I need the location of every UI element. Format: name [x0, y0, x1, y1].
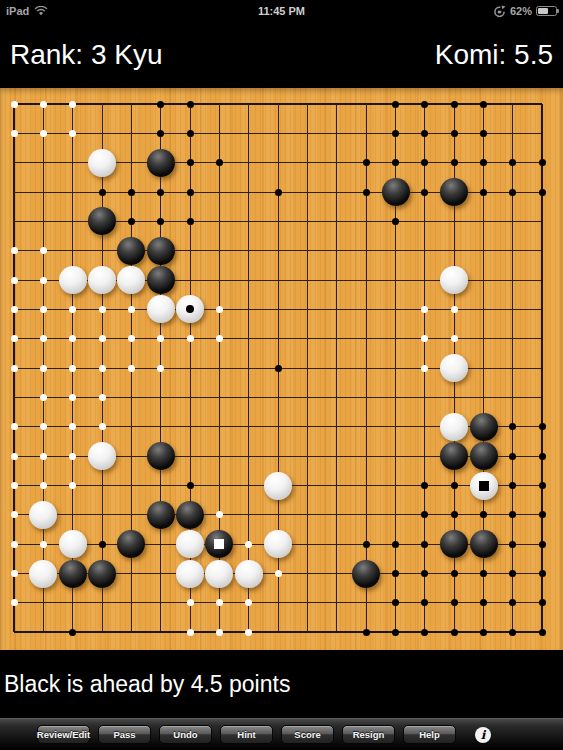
white-territory-dot	[40, 306, 47, 313]
black-stone[interactable]	[440, 178, 468, 206]
white-territory-dot	[40, 482, 47, 489]
info-icon[interactable]: i	[475, 727, 491, 743]
white-territory-dot	[11, 306, 18, 313]
black-territory-dot	[421, 511, 428, 518]
black-territory-dot	[363, 189, 370, 196]
black-territory-dot	[480, 159, 487, 166]
white-territory-dot	[245, 599, 252, 606]
black-territory-dot	[539, 541, 546, 548]
white-territory-dot	[11, 511, 18, 518]
white-territory-dot	[40, 453, 47, 460]
last-move-marker	[186, 305, 194, 313]
black-territory-dot	[539, 629, 546, 636]
white-territory-dot	[40, 130, 47, 137]
black-territory-dot	[539, 511, 546, 518]
white-territory-dot	[69, 335, 76, 342]
black-territory-dot	[128, 189, 135, 196]
black-stone[interactable]	[88, 560, 116, 588]
black-territory-dot	[509, 570, 516, 577]
white-territory-dot	[11, 130, 18, 137]
white-territory-dot	[128, 365, 135, 372]
undo-button[interactable]: Undo	[159, 725, 212, 744]
bottom-toolbar: Review/Edit Pass Undo Hint Score Resign …	[0, 718, 563, 750]
black-territory-dot	[509, 541, 516, 548]
black-stone[interactable]	[147, 501, 175, 529]
black-stone[interactable]	[147, 266, 175, 294]
black-territory-dot	[421, 189, 428, 196]
black-stone[interactable]	[147, 442, 175, 470]
black-territory-dot	[509, 629, 516, 636]
black-territory-dot	[421, 570, 428, 577]
black-territory-dot	[187, 218, 194, 225]
black-territory-dot	[157, 101, 164, 108]
black-territory-dot	[157, 189, 164, 196]
black-stone[interactable]	[470, 442, 498, 470]
black-stone[interactable]	[352, 560, 380, 588]
black-stone[interactable]	[88, 207, 116, 235]
black-territory-dot	[128, 218, 135, 225]
black-territory-dot	[539, 599, 546, 606]
black-territory-dot	[157, 218, 164, 225]
white-territory-dot	[245, 629, 252, 636]
black-territory-dot	[187, 159, 194, 166]
black-territory-dot	[451, 511, 458, 518]
black-territory-dot	[421, 159, 428, 166]
white-stone[interactable]	[88, 442, 116, 470]
white-territory-dot	[69, 306, 76, 313]
black-territory-dot	[392, 570, 399, 577]
white-territory-dot	[11, 365, 18, 372]
white-territory-dot	[421, 306, 428, 313]
white-territory-dot	[157, 365, 164, 372]
white-territory-dot	[69, 130, 76, 137]
black-territory-dot	[275, 365, 282, 372]
black-territory-dot	[216, 159, 223, 166]
black-territory-dot	[99, 189, 106, 196]
white-territory-dot	[11, 101, 18, 108]
white-territory-dot	[99, 335, 106, 342]
black-stone[interactable]	[176, 501, 204, 529]
white-stone[interactable]	[264, 530, 292, 558]
white-territory-dot	[11, 482, 18, 489]
black-territory-dot	[451, 629, 458, 636]
white-territory-dot	[11, 247, 18, 254]
black-territory-dot	[69, 629, 76, 636]
black-stone-marked-dead[interactable]	[205, 530, 233, 558]
white-stone[interactable]	[29, 501, 57, 529]
white-territory-dot	[275, 570, 282, 577]
black-stone[interactable]	[147, 149, 175, 177]
white-territory-dot	[40, 423, 47, 430]
white-stone[interactable]	[176, 560, 204, 588]
black-stone[interactable]	[470, 530, 498, 558]
black-territory-dot	[509, 511, 516, 518]
white-stone[interactable]	[59, 530, 87, 558]
black-territory-dot	[392, 541, 399, 548]
white-territory-dot	[187, 629, 194, 636]
white-territory-dot	[99, 394, 106, 401]
black-territory-dot	[509, 599, 516, 606]
white-stone-last-move[interactable]	[176, 295, 204, 323]
white-territory-dot	[11, 599, 18, 606]
black-stone[interactable]	[440, 442, 468, 470]
komi-label: Komi: 5.5	[435, 39, 553, 71]
black-stone[interactable]	[59, 560, 87, 588]
black-territory-dot	[421, 130, 428, 137]
black-territory-dot	[421, 101, 428, 108]
black-territory-dot	[392, 599, 399, 606]
white-territory-dot	[216, 599, 223, 606]
white-territory-dot	[11, 277, 18, 284]
black-territory-dot	[480, 629, 487, 636]
black-territory-dot	[480, 511, 487, 518]
white-territory-dot	[40, 541, 47, 548]
white-territory-dot	[421, 335, 428, 342]
black-territory-dot	[509, 423, 516, 430]
black-territory-dot	[451, 482, 458, 489]
black-territory-dot	[480, 189, 487, 196]
resign-button[interactable]: Resign	[342, 725, 395, 744]
white-territory-dot	[99, 423, 106, 430]
black-territory-dot	[421, 482, 428, 489]
black-territory-dot	[480, 599, 487, 606]
white-territory-dot	[69, 482, 76, 489]
black-territory-dot	[451, 159, 458, 166]
white-territory-dot	[187, 335, 194, 342]
black-territory-dot	[451, 130, 458, 137]
white-territory-dot	[157, 335, 164, 342]
black-territory-dot	[363, 541, 370, 548]
white-territory-dot	[245, 541, 252, 548]
black-territory-dot	[275, 189, 282, 196]
black-territory-dot	[539, 453, 546, 460]
black-territory-dot	[539, 159, 546, 166]
black-stone[interactable]	[147, 237, 175, 265]
white-stone[interactable]	[117, 266, 145, 294]
black-territory-dot	[392, 159, 399, 166]
white-territory-dot	[99, 306, 106, 313]
white-territory-dot	[99, 365, 106, 372]
board-stones	[0, 88, 563, 650]
black-territory-dot	[480, 570, 487, 577]
white-stone[interactable]	[235, 560, 263, 588]
white-territory-dot	[128, 306, 135, 313]
black-territory-dot	[451, 599, 458, 606]
game-header: Rank: 3 Kyu Komi: 5.5	[0, 22, 563, 88]
black-stone[interactable]	[470, 413, 498, 441]
white-stone[interactable]	[88, 149, 116, 177]
white-territory-dot	[11, 423, 18, 430]
white-territory-dot	[69, 423, 76, 430]
white-stone[interactable]	[264, 472, 292, 500]
white-territory-dot	[451, 306, 458, 313]
white-territory-dot	[216, 511, 223, 518]
white-territory-dot	[216, 306, 223, 313]
clock: 11:45 PM	[0, 5, 563, 17]
white-territory-dot	[187, 599, 194, 606]
white-territory-dot	[11, 335, 18, 342]
help-button[interactable]: Help	[403, 725, 456, 744]
white-territory-dot	[128, 335, 135, 342]
white-territory-dot	[69, 453, 76, 460]
black-stone[interactable]	[117, 237, 145, 265]
status-bar: iPad 11:45 PM 62%	[0, 0, 563, 22]
black-territory-dot	[509, 482, 516, 489]
black-territory-dot	[421, 541, 428, 548]
white-territory-dot	[40, 394, 47, 401]
review-edit-button[interactable]: Review/Edit	[37, 725, 90, 744]
pass-button[interactable]: Pass	[98, 725, 151, 744]
white-territory-dot	[40, 365, 47, 372]
white-territory-dot	[69, 101, 76, 108]
black-territory-dot	[539, 482, 546, 489]
score-button[interactable]: Score	[281, 725, 334, 744]
hint-button[interactable]: Hint	[220, 725, 273, 744]
dead-stone-marker	[479, 481, 489, 491]
white-stone[interactable]	[147, 295, 175, 323]
white-stone[interactable]	[176, 530, 204, 558]
black-territory-dot	[451, 570, 458, 577]
black-territory-dot	[509, 453, 516, 460]
go-board[interactable]	[0, 88, 563, 650]
rank-label: Rank: 3 Kyu	[10, 39, 163, 71]
black-territory-dot	[421, 599, 428, 606]
white-territory-dot	[69, 394, 76, 401]
black-territory-dot	[392, 218, 399, 225]
black-stone[interactable]	[382, 178, 410, 206]
white-stone[interactable]	[440, 354, 468, 382]
battery-icon	[536, 6, 557, 16]
white-territory-dot	[216, 335, 223, 342]
black-territory-dot	[421, 629, 428, 636]
rotation-lock-icon	[493, 5, 506, 18]
black-territory-dot	[187, 189, 194, 196]
white-territory-dot	[451, 335, 458, 342]
black-territory-dot	[187, 101, 194, 108]
black-territory-dot	[157, 130, 164, 137]
white-stone-marked-dead[interactable]	[470, 472, 498, 500]
white-territory-dot	[40, 335, 47, 342]
white-territory-dot	[40, 277, 47, 284]
white-stone[interactable]	[205, 560, 233, 588]
black-territory-dot	[187, 482, 194, 489]
black-territory-dot	[363, 629, 370, 636]
battery-percent: 62%	[510, 5, 532, 17]
black-territory-dot	[480, 130, 487, 137]
white-territory-dot	[11, 453, 18, 460]
dead-stone-marker	[214, 539, 224, 549]
black-territory-dot	[509, 189, 516, 196]
black-territory-dot	[187, 130, 194, 137]
white-territory-dot	[11, 541, 18, 548]
white-stone[interactable]	[88, 266, 116, 294]
black-territory-dot	[392, 629, 399, 636]
black-stone[interactable]	[117, 530, 145, 558]
white-territory-dot	[216, 629, 223, 636]
score-message-text: Black is ahead by 4.5 points	[4, 671, 290, 698]
white-stone[interactable]	[29, 560, 57, 588]
white-territory-dot	[40, 101, 47, 108]
black-territory-dot	[480, 101, 487, 108]
white-stone[interactable]	[59, 266, 87, 294]
score-message: Black is ahead by 4.5 points	[0, 650, 563, 718]
white-territory-dot	[421, 365, 428, 372]
black-territory-dot	[509, 159, 516, 166]
black-territory-dot	[363, 159, 370, 166]
white-stone[interactable]	[440, 266, 468, 294]
white-territory-dot	[40, 247, 47, 254]
black-territory-dot	[539, 570, 546, 577]
black-territory-dot	[451, 101, 458, 108]
black-territory-dot	[392, 130, 399, 137]
white-stone[interactable]	[440, 413, 468, 441]
black-territory-dot	[539, 189, 546, 196]
white-territory-dot	[69, 365, 76, 372]
black-territory-dot	[392, 101, 399, 108]
black-stone[interactable]	[440, 530, 468, 558]
black-territory-dot	[539, 423, 546, 430]
black-territory-dot	[99, 541, 106, 548]
white-territory-dot	[11, 570, 18, 577]
